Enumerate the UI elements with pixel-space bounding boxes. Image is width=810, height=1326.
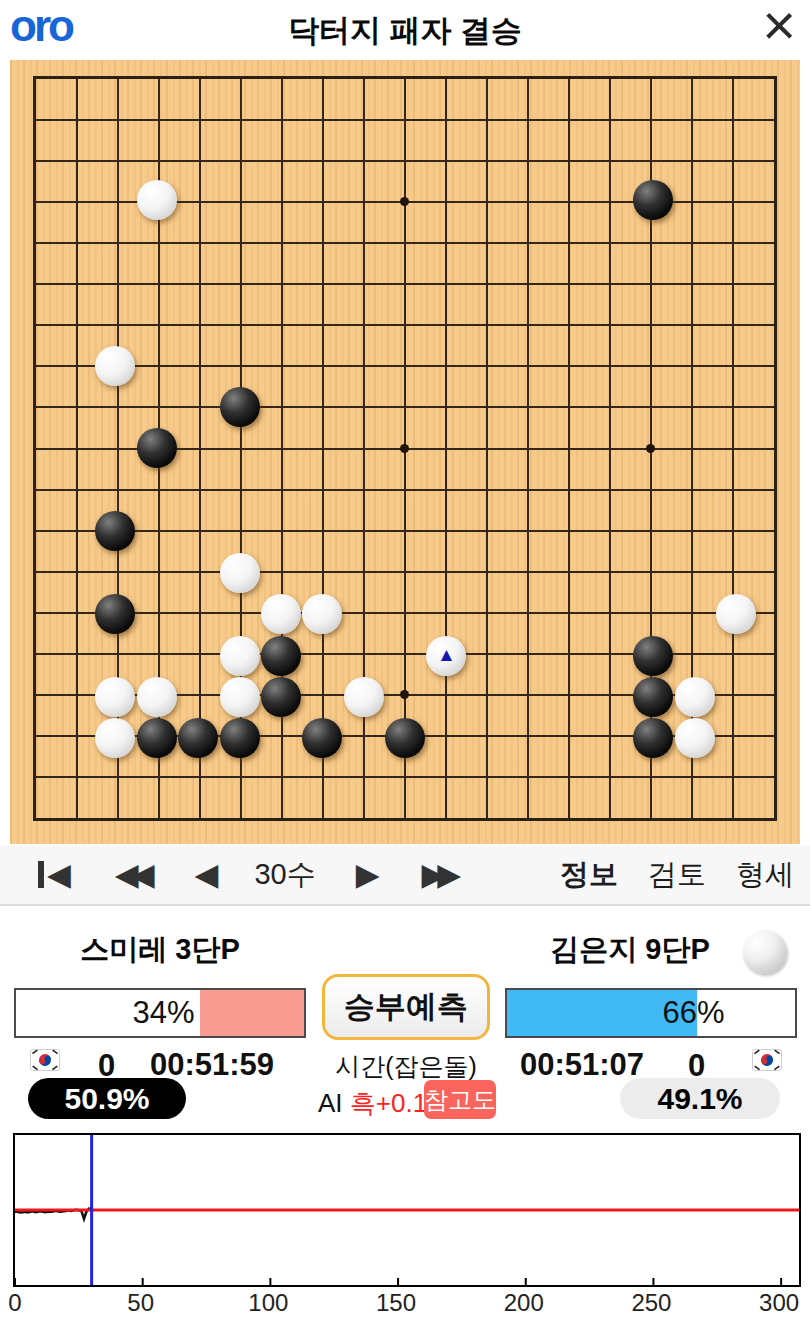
white-stone	[136, 179, 177, 220]
chart-x-tick-label: 100	[248, 1289, 288, 1317]
tab-territory[interactable]: 형세	[736, 855, 794, 895]
left-winrate-label: 34%	[133, 990, 195, 1036]
go-board[interactable]: ▲	[10, 60, 800, 844]
go-review-app: oro 닥터지 패자 결승 × ▲ ◀ ◀◀ ◀ 30수 ▶ ▶▶ 정보 검토 …	[0, 0, 810, 1326]
tab-review[interactable]: 검토	[648, 855, 706, 895]
white-stone	[95, 676, 136, 717]
black-stone	[633, 718, 674, 759]
ai-eval-value: 흑+0.1	[350, 1088, 427, 1118]
right-korea-flag-icon	[752, 1049, 782, 1071]
white-stone	[95, 718, 136, 759]
black-stone	[260, 676, 301, 717]
right-winrate-bar: 66%	[505, 988, 797, 1038]
black-stone	[177, 718, 218, 759]
black-stone	[260, 635, 301, 676]
right-clock: 00:51:07	[520, 1047, 644, 1083]
back-button[interactable]: ◀	[195, 859, 219, 890]
right-territory-pill: 49.1%	[620, 1078, 780, 1119]
chart-x-tick-label: 0	[8, 1289, 21, 1317]
white-stone	[219, 635, 260, 676]
chart-x-tick-label: 200	[504, 1289, 544, 1317]
reference-diagram-button[interactable]: 참고도	[424, 1080, 496, 1119]
black-stone	[633, 179, 674, 220]
chart-x-tick-label: 250	[631, 1289, 671, 1317]
white-stone	[674, 676, 715, 717]
chart-x-tick-label: 150	[376, 1289, 416, 1317]
black-stone	[219, 386, 260, 427]
stones-grid: ▲	[12, 55, 798, 842]
black-stone	[136, 428, 177, 469]
close-icon[interactable]: ×	[762, 0, 796, 56]
white-stone	[95, 345, 136, 386]
white-stone	[219, 676, 260, 717]
white-stone	[219, 552, 260, 593]
left-winrate-bar: 34%	[14, 988, 306, 1038]
white-stone	[343, 676, 384, 717]
chart-x-axis: 050100150200250300	[0, 1289, 810, 1319]
jump-first-button[interactable]: ◀	[38, 859, 71, 890]
predict-button[interactable]: 승부예측	[322, 974, 490, 1040]
header: oro 닥터지 패자 결승 ×	[0, 0, 810, 58]
oro-logo: oro	[10, 0, 72, 52]
ai-eval-line: AI 흑+0.1	[318, 1086, 427, 1121]
time-caption: 시간(잡은돌)	[300, 1050, 512, 1083]
winrate-chart[interactable]	[13, 1133, 801, 1287]
white-stone	[302, 593, 343, 634]
white-stone-icon	[743, 930, 787, 974]
black-stone	[633, 676, 674, 717]
chart-x-tick-label: 50	[127, 1289, 154, 1317]
left-player-name: 스미레 3단P	[14, 930, 306, 970]
fast-back-button[interactable]: ◀◀	[115, 859, 155, 890]
forward-button[interactable]: ▶	[356, 859, 380, 890]
black-stone	[136, 718, 177, 759]
right-winrate-label: 66%	[663, 990, 725, 1036]
ai-label: AI	[318, 1088, 343, 1118]
white-stone	[260, 593, 301, 634]
left-territory-pill: 50.9%	[28, 1078, 186, 1119]
tab-info[interactable]: 정보	[560, 855, 618, 895]
move-navigation-bar: ◀ ◀◀ ◀ 30수 ▶ ▶▶ 정보 검토 형세	[0, 845, 810, 906]
last-move-triangle-marker: ▲	[437, 645, 456, 664]
page-title: 닥터지 패자 결승	[100, 10, 710, 52]
black-stone	[633, 635, 674, 676]
tab-group: 정보 검토 형세	[560, 855, 794, 895]
left-winrate-fill	[200, 990, 304, 1036]
white-stone	[136, 676, 177, 717]
black-stone	[95, 511, 136, 552]
move-counter: 30수	[254, 855, 315, 895]
chart-x-tick-label: 300	[759, 1289, 799, 1317]
black-stone	[302, 718, 343, 759]
right-player-name: 김은지 9단P	[505, 930, 755, 970]
white-stone: ▲	[426, 635, 467, 676]
white-stone	[674, 718, 715, 759]
black-stone	[95, 593, 136, 634]
black-stone	[219, 718, 260, 759]
fast-forward-button[interactable]: ▶▶	[421, 859, 461, 890]
white-stone	[715, 593, 756, 634]
black-stone	[384, 718, 425, 759]
left-korea-flag-icon	[30, 1049, 60, 1071]
